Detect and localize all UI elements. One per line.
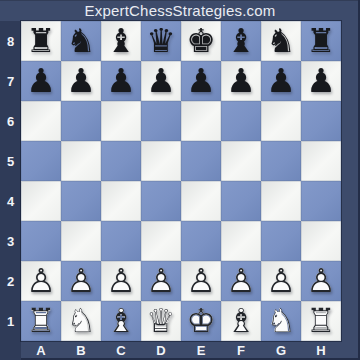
black-pawn[interactable]: ♟︎ xyxy=(21,61,61,101)
square-e6[interactable] xyxy=(181,101,221,141)
black-king[interactable]: ♚︎ xyxy=(181,21,221,61)
square-b2[interactable]: ♟︎♙︎ xyxy=(61,261,101,301)
square-h8[interactable]: ♜︎ xyxy=(301,21,341,61)
piece-outline-glyph: ♙︎ xyxy=(186,264,216,297)
square-a7[interactable]: ♟︎ xyxy=(21,61,61,101)
piece-glyph: ♟︎ xyxy=(146,64,176,97)
piece-outline-glyph: ♖︎ xyxy=(306,304,336,337)
square-g6[interactable] xyxy=(261,101,301,141)
piece-outline-glyph: ♙︎ xyxy=(226,264,256,297)
square-e4[interactable] xyxy=(181,181,221,221)
file-label-c: C xyxy=(101,341,141,360)
piece-glyph: ♞︎ xyxy=(266,24,296,57)
rank-label-4: 4 xyxy=(0,181,21,221)
file-label-e: E xyxy=(181,341,221,360)
square-b5[interactable] xyxy=(61,141,101,181)
square-h6[interactable] xyxy=(301,101,341,141)
white-queen[interactable]: ♛︎♕︎ xyxy=(141,301,181,341)
square-f4[interactable] xyxy=(221,181,261,221)
piece-outline-glyph: ♙︎ xyxy=(106,264,136,297)
square-g2[interactable]: ♟︎♙︎ xyxy=(261,261,301,301)
white-bishop[interactable]: ♝︎♗︎ xyxy=(101,301,141,341)
square-d8[interactable]: ♛︎ xyxy=(141,21,181,61)
black-rook[interactable]: ♜︎ xyxy=(21,21,61,61)
square-d6[interactable] xyxy=(141,101,181,141)
square-a8[interactable]: ♜︎ xyxy=(21,21,61,61)
square-e7[interactable]: ♟︎ xyxy=(181,61,221,101)
file-label-g: G xyxy=(261,341,301,360)
white-pawn[interactable]: ♟︎♙︎ xyxy=(61,261,101,301)
piece-outline-glyph: ♖︎ xyxy=(26,304,56,337)
square-c5[interactable] xyxy=(101,141,141,181)
piece-outline-glyph: ♘︎ xyxy=(266,304,296,337)
black-pawn[interactable]: ♟︎ xyxy=(181,61,221,101)
square-c6[interactable] xyxy=(101,101,141,141)
piece-glyph: ♟︎ xyxy=(266,64,296,97)
piece-glyph: ♝︎ xyxy=(106,24,136,57)
piece-glyph: ♞︎ xyxy=(66,24,96,57)
piece-outline-glyph: ♘︎ xyxy=(66,304,96,337)
square-c3[interactable] xyxy=(101,221,141,261)
square-c4[interactable] xyxy=(101,181,141,221)
chess-diagram: ExpertChessStrategies.com ♜︎♞︎♝︎♛︎♚︎♝︎♞︎… xyxy=(0,0,360,360)
site-title: ExpertChessStrategies.com xyxy=(0,0,360,21)
rank-label-3: 3 xyxy=(0,221,21,261)
square-h1[interactable]: ♜︎♖︎ xyxy=(301,301,341,341)
square-f3[interactable] xyxy=(221,221,261,261)
square-c2[interactable]: ♟︎♙︎ xyxy=(101,261,141,301)
square-g4[interactable] xyxy=(261,181,301,221)
square-e1[interactable]: ♚︎♔︎ xyxy=(181,301,221,341)
square-c1[interactable]: ♝︎♗︎ xyxy=(101,301,141,341)
square-c7[interactable]: ♟︎ xyxy=(101,61,141,101)
piece-glyph: ♟︎ xyxy=(106,64,136,97)
square-b1[interactable]: ♞︎♘︎ xyxy=(61,301,101,341)
square-b6[interactable] xyxy=(61,101,101,141)
file-label-a: A xyxy=(21,341,61,360)
black-knight[interactable]: ♞︎ xyxy=(261,21,301,61)
square-e5[interactable] xyxy=(181,141,221,181)
square-e3[interactable] xyxy=(181,221,221,261)
square-g5[interactable] xyxy=(261,141,301,181)
rank-label-7: 7 xyxy=(0,61,21,101)
piece-glyph: ♟︎ xyxy=(306,64,336,97)
white-knight[interactable]: ♞︎♘︎ xyxy=(261,301,301,341)
piece-outline-glyph: ♕︎ xyxy=(146,304,176,337)
file-label-d: D xyxy=(141,341,181,360)
square-f7[interactable]: ♟︎ xyxy=(221,61,261,101)
rank-label-2: 2 xyxy=(0,261,21,301)
square-a5[interactable] xyxy=(21,141,61,181)
rank-label-5: 5 xyxy=(0,141,21,181)
square-h3[interactable] xyxy=(301,221,341,261)
square-c8[interactable]: ♝︎ xyxy=(101,21,141,61)
piece-outline-glyph: ♗︎ xyxy=(226,304,256,337)
rank-label-1: 1 xyxy=(0,301,21,341)
white-pawn[interactable]: ♟︎♙︎ xyxy=(21,261,61,301)
black-bishop[interactable]: ♝︎ xyxy=(221,21,261,61)
piece-outline-glyph: ♙︎ xyxy=(66,264,96,297)
square-f2[interactable]: ♟︎♙︎ xyxy=(221,261,261,301)
file-label-f: F xyxy=(221,341,261,360)
white-pawn[interactable]: ♟︎♙︎ xyxy=(181,261,221,301)
square-e8[interactable]: ♚︎ xyxy=(181,21,221,61)
piece-outline-glyph: ♙︎ xyxy=(146,264,176,297)
piece-outline-glyph: ♙︎ xyxy=(306,264,336,297)
white-pawn[interactable]: ♟︎♙︎ xyxy=(301,261,341,301)
piece-glyph: ♟︎ xyxy=(26,64,56,97)
square-h2[interactable]: ♟︎♙︎ xyxy=(301,261,341,301)
piece-glyph: ♜︎ xyxy=(306,24,336,57)
piece-outline-glyph: ♔︎ xyxy=(186,304,216,337)
square-f6[interactable] xyxy=(221,101,261,141)
black-pawn[interactable]: ♟︎ xyxy=(141,61,181,101)
square-g1[interactable]: ♞︎♘︎ xyxy=(261,301,301,341)
square-b4[interactable] xyxy=(61,181,101,221)
white-rook[interactable]: ♜︎♖︎ xyxy=(301,301,341,341)
piece-glyph: ♚︎ xyxy=(186,24,216,57)
square-b7[interactable]: ♟︎ xyxy=(61,61,101,101)
white-pawn[interactable]: ♟︎♙︎ xyxy=(261,261,301,301)
square-d2[interactable]: ♟︎♙︎ xyxy=(141,261,181,301)
chess-board: ♜︎♞︎♝︎♛︎♚︎♝︎♞︎♜︎♟︎♟︎♟︎♟︎♟︎♟︎♟︎♟︎♟︎♙︎♟︎♙︎… xyxy=(21,21,341,341)
piece-outline-glyph: ♙︎ xyxy=(266,264,296,297)
black-queen[interactable]: ♛︎ xyxy=(141,21,181,61)
square-a3[interactable] xyxy=(21,221,61,261)
black-bishop[interactable]: ♝︎ xyxy=(101,21,141,61)
white-pawn[interactable]: ♟︎♙︎ xyxy=(141,261,181,301)
square-h5[interactable] xyxy=(301,141,341,181)
square-g8[interactable]: ♞︎ xyxy=(261,21,301,61)
square-f8[interactable]: ♝︎ xyxy=(221,21,261,61)
piece-outline-glyph: ♗︎ xyxy=(106,304,136,337)
file-label-h: H xyxy=(301,341,341,360)
square-g3[interactable] xyxy=(261,221,301,261)
piece-glyph: ♛︎ xyxy=(146,24,176,57)
square-f1[interactable]: ♝︎♗︎ xyxy=(221,301,261,341)
white-rook[interactable]: ♜︎♖︎ xyxy=(21,301,61,341)
piece-glyph: ♟︎ xyxy=(186,64,216,97)
black-pawn[interactable]: ♟︎ xyxy=(61,61,101,101)
piece-glyph: ♟︎ xyxy=(66,64,96,97)
square-d5[interactable] xyxy=(141,141,181,181)
black-knight[interactable]: ♞︎ xyxy=(61,21,101,61)
white-knight[interactable]: ♞︎♘︎ xyxy=(61,301,101,341)
white-pawn[interactable]: ♟︎♙︎ xyxy=(101,261,141,301)
piece-outline-glyph: ♙︎ xyxy=(26,264,56,297)
black-pawn[interactable]: ♟︎ xyxy=(221,61,261,101)
square-h4[interactable] xyxy=(301,181,341,221)
black-pawn[interactable]: ♟︎ xyxy=(101,61,141,101)
square-f5[interactable] xyxy=(221,141,261,181)
rank-label-6: 6 xyxy=(0,101,21,141)
square-b8[interactable]: ♞︎ xyxy=(61,21,101,61)
square-a6[interactable] xyxy=(21,101,61,141)
square-d3[interactable] xyxy=(141,221,181,261)
black-pawn[interactable]: ♟︎ xyxy=(301,61,341,101)
white-bishop[interactable]: ♝︎♗︎ xyxy=(221,301,261,341)
square-d1[interactable]: ♛︎♕︎ xyxy=(141,301,181,341)
black-rook[interactable]: ♜︎ xyxy=(301,21,341,61)
square-a1[interactable]: ♜︎♖︎ xyxy=(21,301,61,341)
white-pawn[interactable]: ♟︎♙︎ xyxy=(221,261,261,301)
square-g7[interactable]: ♟︎ xyxy=(261,61,301,101)
square-h7[interactable]: ♟︎ xyxy=(301,61,341,101)
square-d7[interactable]: ♟︎ xyxy=(141,61,181,101)
white-king[interactable]: ♚︎♔︎ xyxy=(181,301,221,341)
rank-label-8: 8 xyxy=(0,21,21,61)
square-b3[interactable] xyxy=(61,221,101,261)
piece-glyph: ♟︎ xyxy=(226,64,256,97)
square-d4[interactable] xyxy=(141,181,181,221)
piece-glyph: ♜︎ xyxy=(26,24,56,57)
file-label-b: B xyxy=(61,341,101,360)
square-a2[interactable]: ♟︎♙︎ xyxy=(21,261,61,301)
square-a4[interactable] xyxy=(21,181,61,221)
piece-glyph: ♝︎ xyxy=(226,24,256,57)
square-e2[interactable]: ♟︎♙︎ xyxy=(181,261,221,301)
black-pawn[interactable]: ♟︎ xyxy=(261,61,301,101)
